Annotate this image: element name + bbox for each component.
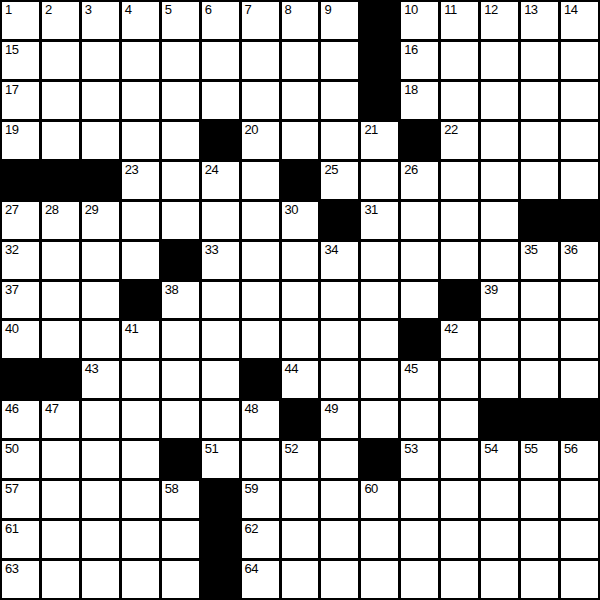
white-cell-r12c13[interactable]: 54 [481, 441, 518, 478]
white-cell-r8c2[interactable] [42, 282, 79, 319]
black-cell-r12c10 [361, 441, 398, 478]
clue-number-16: 16 [404, 43, 417, 57]
white-cell-r8c7[interactable] [242, 282, 279, 319]
white-cell-r6c11[interactable] [401, 202, 438, 239]
white-cell-r9c7[interactable] [242, 321, 279, 358]
clue-number-56: 56 [564, 442, 577, 456]
white-cell-r1c12[interactable]: 11 [441, 2, 478, 39]
white-cell-r15c5[interactable] [162, 561, 199, 598]
white-cell-r15c9[interactable] [321, 561, 358, 598]
white-cell-r14c13[interactable] [481, 521, 518, 558]
white-cell-r1c2[interactable]: 2 [42, 2, 79, 39]
clue-number-39: 39 [484, 283, 497, 297]
clue-number-32: 32 [5, 243, 18, 257]
white-cell-r6c8[interactable]: 30 [282, 202, 319, 239]
white-cell-r1c9[interactable]: 9 [321, 2, 358, 39]
white-cell-r13c12[interactable] [441, 481, 478, 518]
white-cell-r2c15[interactable] [561, 42, 598, 79]
white-cell-r4c1[interactable]: 19 [2, 122, 39, 159]
white-cell-r7c1[interactable]: 32 [2, 242, 39, 279]
white-cell-r3c12[interactable] [441, 82, 478, 119]
white-cell-r1c13[interactable]: 12 [481, 2, 518, 39]
white-cell-r14c11[interactable] [401, 521, 438, 558]
clue-number-7: 7 [245, 3, 252, 17]
black-cell-r3c10 [361, 82, 398, 119]
white-cell-r2c2[interactable] [42, 42, 79, 79]
white-cell-r2c3[interactable] [82, 42, 119, 79]
clue-number-48: 48 [245, 402, 258, 416]
clue-number-61: 61 [5, 522, 18, 536]
white-cell-r1c4[interactable]: 4 [122, 2, 159, 39]
white-cell-r13c2[interactable] [42, 481, 79, 518]
white-cell-r4c5[interactable] [162, 122, 199, 159]
white-cell-r6c7[interactable] [242, 202, 279, 239]
white-cell-r3c4[interactable] [122, 82, 159, 119]
white-cell-r4c12[interactable]: 22 [441, 122, 478, 159]
white-cell-r4c3[interactable] [82, 122, 119, 159]
white-cell-r6c5[interactable] [162, 202, 199, 239]
white-cell-r6c4[interactable] [122, 202, 159, 239]
white-cell-r8c3[interactable] [82, 282, 119, 319]
clue-number-59: 59 [245, 482, 258, 496]
clue-number-62: 62 [245, 522, 258, 536]
white-cell-r3c15[interactable] [561, 82, 598, 119]
white-cell-r5c14[interactable] [521, 162, 558, 199]
white-cell-r11c10[interactable] [361, 401, 398, 438]
clue-number-36: 36 [564, 243, 577, 257]
white-cell-r2c7[interactable] [242, 42, 279, 79]
clue-number-55: 55 [524, 442, 537, 456]
white-cell-r6c13[interactable] [481, 202, 518, 239]
clue-number-22: 22 [444, 123, 457, 137]
white-cell-r15c15[interactable] [561, 561, 598, 598]
clue-number-31: 31 [364, 203, 377, 217]
white-cell-r2c11[interactable]: 16 [401, 42, 438, 79]
white-cell-r6c3[interactable]: 29 [82, 202, 119, 239]
clue-number-49: 49 [324, 402, 337, 416]
white-cell-r2c8[interactable] [282, 42, 319, 79]
white-cell-r14c4[interactable] [122, 521, 159, 558]
clue-number-21: 21 [364, 123, 377, 137]
white-cell-r10c15[interactable] [561, 361, 598, 398]
white-cell-r5c11[interactable]: 26 [401, 162, 438, 199]
white-cell-r10c6[interactable] [202, 361, 239, 398]
white-cell-r10c12[interactable] [441, 361, 478, 398]
white-cell-r4c14[interactable] [521, 122, 558, 159]
white-cell-r9c4[interactable]: 41 [122, 321, 159, 358]
white-cell-r15c8[interactable] [282, 561, 319, 598]
black-cell-r13c6 [202, 481, 239, 518]
white-cell-r7c2[interactable] [42, 242, 79, 279]
white-cell-r3c7[interactable] [242, 82, 279, 119]
white-cell-r7c7[interactable] [242, 242, 279, 279]
black-cell-r2c10 [361, 42, 398, 79]
white-cell-r13c10[interactable]: 60 [361, 481, 398, 518]
white-cell-r10c8[interactable]: 44 [282, 361, 319, 398]
clue-number-60: 60 [364, 482, 377, 496]
white-cell-r14c2[interactable] [42, 521, 79, 558]
white-cell-r11c5[interactable] [162, 401, 199, 438]
white-cell-r15c12[interactable] [441, 561, 478, 598]
white-cell-r14c10[interactable] [361, 521, 398, 558]
white-cell-r2c14[interactable] [521, 42, 558, 79]
white-cell-r9c9[interactable] [321, 321, 358, 358]
white-cell-r2c12[interactable] [441, 42, 478, 79]
black-cell-r6c14 [521, 202, 558, 239]
white-cell-r8c8[interactable] [282, 282, 319, 319]
white-cell-r15c10[interactable] [361, 561, 398, 598]
white-cell-r13c14[interactable] [521, 481, 558, 518]
white-cell-r9c13[interactable] [481, 321, 518, 358]
white-cell-r6c12[interactable] [441, 202, 478, 239]
white-cell-r11c6[interactable] [202, 401, 239, 438]
white-cell-r12c7[interactable] [242, 441, 279, 478]
white-cell-r12c1[interactable]: 50 [2, 441, 39, 478]
white-cell-r7c11[interactable] [401, 242, 438, 279]
black-cell-r10c1 [2, 361, 39, 398]
white-cell-r7c13[interactable] [481, 242, 518, 279]
clue-number-58: 58 [165, 482, 178, 496]
black-cell-r1c10 [361, 2, 398, 39]
white-cell-r1c7[interactable]: 7 [242, 2, 279, 39]
clue-number-20: 20 [245, 123, 258, 137]
white-cell-r4c4[interactable] [122, 122, 159, 159]
clue-number-4: 4 [125, 3, 132, 17]
clue-number-2: 2 [45, 3, 52, 17]
white-cell-r5c5[interactable] [162, 162, 199, 199]
clue-number-23: 23 [125, 163, 138, 177]
white-cell-r2c13[interactable] [481, 42, 518, 79]
white-cell-r10c13[interactable] [481, 361, 518, 398]
clue-number-1: 1 [5, 3, 12, 17]
clue-number-46: 46 [5, 402, 18, 416]
clue-number-19: 19 [5, 123, 18, 137]
white-cell-r11c12[interactable] [441, 401, 478, 438]
white-cell-r8c14[interactable] [521, 282, 558, 319]
white-cell-r14c8[interactable] [282, 521, 319, 558]
white-cell-r15c11[interactable] [401, 561, 438, 598]
clue-number-26: 26 [404, 163, 417, 177]
white-cell-r4c10[interactable]: 21 [361, 122, 398, 159]
white-cell-r6c1[interactable]: 27 [2, 202, 39, 239]
white-cell-r15c3[interactable] [82, 561, 119, 598]
white-cell-r14c12[interactable] [441, 521, 478, 558]
white-cell-r5c10[interactable] [361, 162, 398, 199]
white-cell-r9c10[interactable] [361, 321, 398, 358]
black-cell-r5c3 [82, 162, 119, 199]
white-cell-r7c3[interactable] [82, 242, 119, 279]
white-cell-r10c9[interactable] [321, 361, 358, 398]
white-cell-r3c3[interactable] [82, 82, 119, 119]
black-cell-r11c15 [561, 401, 598, 438]
black-cell-r4c11 [401, 122, 438, 159]
white-cell-r12c9[interactable] [321, 441, 358, 478]
clue-number-34: 34 [324, 243, 337, 257]
white-cell-r3c5[interactable] [162, 82, 199, 119]
white-cell-r10c10[interactable] [361, 361, 398, 398]
white-cell-r14c15[interactable] [561, 521, 598, 558]
white-cell-r2c6[interactable] [202, 42, 239, 79]
black-cell-r6c15 [561, 202, 598, 239]
black-cell-r5c1 [2, 162, 39, 199]
clue-number-33: 33 [205, 243, 218, 257]
white-cell-r11c2[interactable]: 47 [42, 401, 79, 438]
clue-number-47: 47 [45, 402, 58, 416]
clue-number-51: 51 [205, 442, 218, 456]
white-cell-r5c4[interactable]: 23 [122, 162, 159, 199]
white-cell-r13c5[interactable]: 58 [162, 481, 199, 518]
white-cell-r7c6[interactable]: 33 [202, 242, 239, 279]
white-cell-r1c6[interactable]: 6 [202, 2, 239, 39]
white-cell-r5c13[interactable] [481, 162, 518, 199]
white-cell-r10c5[interactable] [162, 361, 199, 398]
white-cell-r8c5[interactable]: 38 [162, 282, 199, 319]
crossword-puzzle: 1234567891011121314151617181920212223242… [0, 0, 600, 600]
white-cell-r14c14[interactable] [521, 521, 558, 558]
black-cell-r10c7 [242, 361, 279, 398]
white-cell-r8c1[interactable]: 37 [2, 282, 39, 319]
white-cell-r11c4[interactable] [122, 401, 159, 438]
black-cell-r9c11 [401, 321, 438, 358]
clue-number-54: 54 [484, 442, 497, 456]
clue-number-52: 52 [285, 442, 298, 456]
white-cell-r1c5[interactable]: 5 [162, 2, 199, 39]
white-cell-r13c9[interactable] [321, 481, 358, 518]
white-cell-r12c15[interactable]: 56 [561, 441, 598, 478]
black-cell-r14c6 [202, 521, 239, 558]
clue-number-35: 35 [524, 243, 537, 257]
white-cell-r14c9[interactable] [321, 521, 358, 558]
white-cell-r12c11[interactable]: 53 [401, 441, 438, 478]
white-cell-r1c11[interactable]: 10 [401, 2, 438, 39]
white-cell-r3c2[interactable] [42, 82, 79, 119]
white-cell-r6c10[interactable]: 31 [361, 202, 398, 239]
clue-number-24: 24 [205, 163, 218, 177]
white-cell-r5c12[interactable] [441, 162, 478, 199]
white-cell-r1c15[interactable]: 14 [561, 2, 598, 39]
white-cell-r14c7[interactable]: 62 [242, 521, 279, 558]
white-cell-r7c14[interactable]: 35 [521, 242, 558, 279]
clue-number-50: 50 [5, 442, 18, 456]
black-cell-r11c14 [521, 401, 558, 438]
white-cell-r13c4[interactable] [122, 481, 159, 518]
clue-number-30: 30 [285, 203, 298, 217]
black-cell-r8c4 [122, 282, 159, 319]
white-cell-r10c3[interactable]: 43 [82, 361, 119, 398]
white-cell-r13c1[interactable]: 57 [2, 481, 39, 518]
white-cell-r13c7[interactable]: 59 [242, 481, 279, 518]
white-cell-r14c1[interactable]: 61 [2, 521, 39, 558]
white-cell-r10c14[interactable] [521, 361, 558, 398]
black-cell-r12c5 [162, 441, 199, 478]
white-cell-r12c3[interactable] [82, 441, 119, 478]
clue-number-41: 41 [125, 322, 138, 336]
white-cell-r7c9[interactable]: 34 [321, 242, 358, 279]
clue-number-29: 29 [85, 203, 98, 217]
white-cell-r12c2[interactable] [42, 441, 79, 478]
white-cell-r6c6[interactable] [202, 202, 239, 239]
white-cell-r3c11[interactable]: 18 [401, 82, 438, 119]
white-cell-r15c13[interactable] [481, 561, 518, 598]
black-cell-r11c8 [282, 401, 319, 438]
clue-number-17: 17 [5, 83, 18, 97]
black-cell-r6c9 [321, 202, 358, 239]
white-cell-r11c9[interactable]: 49 [321, 401, 358, 438]
clue-number-63: 63 [5, 562, 18, 576]
white-cell-r12c12[interactable] [441, 441, 478, 478]
clue-number-53: 53 [404, 442, 417, 456]
white-cell-r5c6[interactable]: 24 [202, 162, 239, 199]
black-cell-r11c13 [481, 401, 518, 438]
white-cell-r8c15[interactable] [561, 282, 598, 319]
white-cell-r9c2[interactable] [42, 321, 79, 358]
black-cell-r5c8 [282, 162, 319, 199]
clue-number-44: 44 [285, 362, 298, 376]
white-cell-r2c4[interactable] [122, 42, 159, 79]
black-cell-r5c2 [42, 162, 79, 199]
white-cell-r11c7[interactable]: 48 [242, 401, 279, 438]
clue-number-5: 5 [165, 3, 172, 17]
white-cell-r11c3[interactable] [82, 401, 119, 438]
white-cell-r3c6[interactable] [202, 82, 239, 119]
white-cell-r12c14[interactable]: 55 [521, 441, 558, 478]
white-cell-r8c6[interactable] [202, 282, 239, 319]
white-cell-r15c4[interactable] [122, 561, 159, 598]
white-cell-r13c8[interactable] [282, 481, 319, 518]
clue-number-13: 13 [524, 3, 537, 17]
white-cell-r4c8[interactable] [282, 122, 319, 159]
white-cell-r4c9[interactable] [321, 122, 358, 159]
clue-number-57: 57 [5, 482, 18, 496]
white-cell-r14c3[interactable] [82, 521, 119, 558]
white-cell-r11c11[interactable] [401, 401, 438, 438]
white-cell-r6c2[interactable]: 28 [42, 202, 79, 239]
white-cell-r4c2[interactable] [42, 122, 79, 159]
white-cell-r9c15[interactable] [561, 321, 598, 358]
clue-number-12: 12 [484, 3, 497, 17]
white-cell-r7c10[interactable] [361, 242, 398, 279]
white-cell-r15c1[interactable]: 63 [2, 561, 39, 598]
white-cell-r9c5[interactable] [162, 321, 199, 358]
white-cell-r12c4[interactable] [122, 441, 159, 478]
white-cell-r9c3[interactable] [82, 321, 119, 358]
white-cell-r12c6[interactable]: 51 [202, 441, 239, 478]
clue-number-64: 64 [245, 562, 258, 576]
white-cell-r5c15[interactable] [561, 162, 598, 199]
clue-number-15: 15 [5, 43, 18, 57]
clue-number-8: 8 [285, 3, 292, 17]
clue-number-43: 43 [85, 362, 98, 376]
white-cell-r2c9[interactable] [321, 42, 358, 79]
black-cell-r10c2 [42, 361, 79, 398]
clue-number-38: 38 [165, 283, 178, 297]
white-cell-r4c15[interactable] [561, 122, 598, 159]
crossword-grid: 1234567891011121314151617181920212223242… [0, 0, 600, 600]
white-cell-r2c5[interactable] [162, 42, 199, 79]
white-cell-r8c13[interactable]: 39 [481, 282, 518, 319]
white-cell-r10c4[interactable] [122, 361, 159, 398]
black-cell-r8c12 [441, 282, 478, 319]
clue-number-42: 42 [444, 322, 457, 336]
white-cell-r3c9[interactable] [321, 82, 358, 119]
white-cell-r4c13[interactable] [481, 122, 518, 159]
clue-number-18: 18 [404, 83, 417, 97]
white-cell-r15c7[interactable]: 64 [242, 561, 279, 598]
white-cell-r14c5[interactable] [162, 521, 199, 558]
white-cell-r13c11[interactable] [401, 481, 438, 518]
clue-number-25: 25 [324, 163, 337, 177]
white-cell-r4c7[interactable]: 20 [242, 122, 279, 159]
clue-number-40: 40 [5, 322, 18, 336]
white-cell-r7c4[interactable] [122, 242, 159, 279]
white-cell-r13c15[interactable] [561, 481, 598, 518]
black-cell-r4c6 [202, 122, 239, 159]
white-cell-r3c1[interactable]: 17 [2, 82, 39, 119]
white-cell-r3c13[interactable] [481, 82, 518, 119]
white-cell-r8c10[interactable] [361, 282, 398, 319]
white-cell-r13c3[interactable] [82, 481, 119, 518]
black-cell-r7c5 [162, 242, 199, 279]
white-cell-r7c15[interactable]: 36 [561, 242, 598, 279]
white-cell-r1c8[interactable]: 8 [282, 2, 319, 39]
white-cell-r11c1[interactable]: 46 [2, 401, 39, 438]
white-cell-r5c9[interactable]: 25 [321, 162, 358, 199]
clue-number-45: 45 [404, 362, 417, 376]
white-cell-r9c14[interactable] [521, 321, 558, 358]
white-cell-r5c7[interactable] [242, 162, 279, 199]
white-cell-r9c1[interactable]: 40 [2, 321, 39, 358]
white-cell-r3c14[interactable] [521, 82, 558, 119]
white-cell-r15c2[interactable] [42, 561, 79, 598]
white-cell-r1c1[interactable]: 1 [2, 2, 39, 39]
white-cell-r3c8[interactable] [282, 82, 319, 119]
clue-number-28: 28 [45, 203, 58, 217]
white-cell-r1c14[interactable]: 13 [521, 2, 558, 39]
white-cell-r9c8[interactable] [282, 321, 319, 358]
white-cell-r8c9[interactable] [321, 282, 358, 319]
white-cell-r7c8[interactable] [282, 242, 319, 279]
white-cell-r7c12[interactable] [441, 242, 478, 279]
black-cell-r15c6 [202, 561, 239, 598]
white-cell-r10c11[interactable]: 45 [401, 361, 438, 398]
white-cell-r15c14[interactable] [521, 561, 558, 598]
clue-number-10: 10 [404, 3, 417, 17]
white-cell-r13c13[interactable] [481, 481, 518, 518]
white-cell-r12c8[interactable]: 52 [282, 441, 319, 478]
clue-number-3: 3 [85, 3, 92, 17]
white-cell-r2c1[interactable]: 15 [2, 42, 39, 79]
clue-number-14: 14 [564, 3, 577, 17]
white-cell-r9c12[interactable]: 42 [441, 321, 478, 358]
clue-number-11: 11 [444, 3, 457, 17]
clue-number-9: 9 [324, 3, 331, 17]
white-cell-r9c6[interactable] [202, 321, 239, 358]
white-cell-r8c11[interactable] [401, 282, 438, 319]
clue-number-37: 37 [5, 283, 18, 297]
clue-number-27: 27 [5, 203, 18, 217]
clue-number-6: 6 [205, 3, 212, 17]
white-cell-r1c3[interactable]: 3 [82, 2, 119, 39]
